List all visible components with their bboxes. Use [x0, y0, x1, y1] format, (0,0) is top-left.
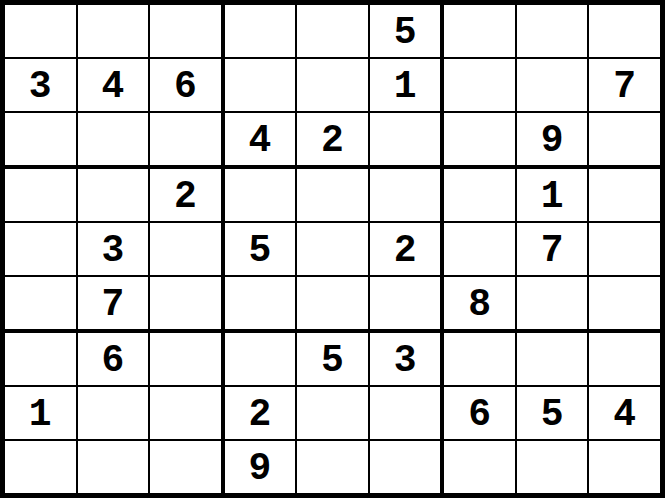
cell-r5c1[interactable]: [5, 223, 76, 275]
cell-r9c7[interactable]: [444, 441, 515, 493]
cell-r4c8[interactable]: 1: [517, 169, 588, 221]
cell-r9c2[interactable]: [78, 441, 149, 493]
cell-r8c4[interactable]: 2: [225, 387, 296, 439]
sudoku-box-3-3: 654: [444, 333, 660, 493]
cell-r9c6[interactable]: [370, 441, 441, 493]
cell-r2c1[interactable]: 3: [5, 59, 76, 111]
cell-r5c7[interactable]: [444, 223, 515, 275]
cell-r4c4[interactable]: [225, 169, 296, 221]
given-digit: 3: [101, 232, 124, 270]
cell-r3c5[interactable]: 2: [297, 113, 368, 165]
cell-r6c4[interactable]: [225, 277, 296, 329]
sudoku-board: 34651427923752178615329654: [0, 0, 665, 498]
cell-r6c5[interactable]: [297, 277, 368, 329]
cell-r1c6[interactable]: 5: [370, 5, 441, 57]
given-digit: 7: [541, 232, 564, 270]
cell-r9c1[interactable]: [5, 441, 76, 493]
cell-r3c8[interactable]: 9: [517, 113, 588, 165]
cell-r7c4[interactable]: [225, 333, 296, 385]
sudoku-box-2-2: 52: [225, 169, 441, 329]
cell-r7c8[interactable]: [517, 333, 588, 385]
cell-r1c5[interactable]: [297, 5, 368, 57]
cell-r3c3[interactable]: [150, 113, 221, 165]
cell-r8c9[interactable]: 4: [589, 387, 660, 439]
cell-r8c3[interactable]: [150, 387, 221, 439]
cell-r5c8[interactable]: 7: [517, 223, 588, 275]
cell-r7c2[interactable]: 6: [78, 333, 149, 385]
cell-r1c8[interactable]: [517, 5, 588, 57]
cell-r4c7[interactable]: [444, 169, 515, 221]
cell-r2c7[interactable]: [444, 59, 515, 111]
sudoku-box-3-1: 61: [5, 333, 221, 493]
cell-r8c1[interactable]: 1: [5, 387, 76, 439]
given-digit: 6: [468, 396, 491, 434]
given-digit: 5: [321, 342, 344, 380]
cell-r2c3[interactable]: 6: [150, 59, 221, 111]
cell-r6c3[interactable]: [150, 277, 221, 329]
cell-r3c1[interactable]: [5, 113, 76, 165]
cell-r5c9[interactable]: [589, 223, 660, 275]
sudoku-box-1-2: 5142: [225, 5, 441, 165]
cell-r3c4[interactable]: 4: [225, 113, 296, 165]
given-digit: 5: [249, 232, 272, 270]
cell-r2c4[interactable]: [225, 59, 296, 111]
cell-r1c1[interactable]: [5, 5, 76, 57]
cell-r1c3[interactable]: [150, 5, 221, 57]
cell-r8c6[interactable]: [370, 387, 441, 439]
given-digit: 4: [613, 396, 636, 434]
given-digit: 3: [394, 342, 417, 380]
given-digit: 5: [394, 14, 417, 52]
cell-r9c4[interactable]: 9: [225, 441, 296, 493]
sudoku-box-2-1: 237: [5, 169, 221, 329]
cell-r3c9[interactable]: [589, 113, 660, 165]
cell-r5c2[interactable]: 3: [78, 223, 149, 275]
given-digit: 9: [249, 450, 272, 488]
cell-r7c5[interactable]: 5: [297, 333, 368, 385]
given-digit: 5: [541, 396, 564, 434]
given-digit: 2: [249, 396, 272, 434]
sudoku-box-2-3: 178: [444, 169, 660, 329]
given-digit: 6: [174, 68, 197, 106]
given-digit: 1: [29, 396, 52, 434]
cell-r2c8[interactable]: [517, 59, 588, 111]
cell-r4c5[interactable]: [297, 169, 368, 221]
cell-r1c7[interactable]: [444, 5, 515, 57]
given-digit: 8: [468, 286, 491, 324]
given-digit: 2: [394, 232, 417, 270]
cell-r6c2[interactable]: 7: [78, 277, 149, 329]
sudoku-box-3-2: 5329: [225, 333, 441, 493]
given-digit: 6: [101, 342, 124, 380]
cell-r7c9[interactable]: [589, 333, 660, 385]
cell-r9c3[interactable]: [150, 441, 221, 493]
cell-r9c8[interactable]: [517, 441, 588, 493]
given-digit: 2: [174, 178, 197, 216]
cell-r2c9[interactable]: 7: [589, 59, 660, 111]
cell-r4c6[interactable]: [370, 169, 441, 221]
given-digit: 9: [541, 122, 564, 160]
cell-r9c5[interactable]: [297, 441, 368, 493]
cell-r7c7[interactable]: [444, 333, 515, 385]
sudoku-box-1-1: 346: [5, 5, 221, 165]
given-digit: 1: [394, 68, 417, 106]
cell-r6c9[interactable]: [589, 277, 660, 329]
given-digit: 3: [29, 68, 52, 106]
cell-r9c9[interactable]: [589, 441, 660, 493]
cell-r8c7[interactable]: 6: [444, 387, 515, 439]
cell-r6c8[interactable]: [517, 277, 588, 329]
cell-r8c5[interactable]: [297, 387, 368, 439]
cell-r5c4[interactable]: 5: [225, 223, 296, 275]
sudoku-box-1-3: 79: [444, 5, 660, 165]
cell-r5c3[interactable]: [150, 223, 221, 275]
cell-r2c5[interactable]: [297, 59, 368, 111]
cell-r5c5[interactable]: [297, 223, 368, 275]
given-digit: 1: [541, 178, 564, 216]
cell-r4c3[interactable]: 2: [150, 169, 221, 221]
given-digit: 7: [613, 68, 636, 106]
cell-r5c6[interactable]: 2: [370, 223, 441, 275]
cell-r8c2[interactable]: [78, 387, 149, 439]
cell-r1c4[interactable]: [225, 5, 296, 57]
cell-r4c2[interactable]: [78, 169, 149, 221]
cell-r3c6[interactable]: [370, 113, 441, 165]
cell-r2c6[interactable]: 1: [370, 59, 441, 111]
cell-r6c7[interactable]: 8: [444, 277, 515, 329]
cell-r8c8[interactable]: 5: [517, 387, 588, 439]
cell-r1c9[interactable]: [589, 5, 660, 57]
given-digit: 4: [101, 68, 124, 106]
given-digit: 2: [321, 122, 344, 160]
given-digit: 7: [101, 286, 124, 324]
cell-r6c6[interactable]: [370, 277, 441, 329]
cell-r6c1[interactable]: [5, 277, 76, 329]
cell-r4c1[interactable]: [5, 169, 76, 221]
cell-r3c2[interactable]: [78, 113, 149, 165]
cell-r4c9[interactable]: [589, 169, 660, 221]
cell-r7c3[interactable]: [150, 333, 221, 385]
cell-r1c2[interactable]: [78, 5, 149, 57]
cell-r7c1[interactable]: [5, 333, 76, 385]
given-digit: 4: [249, 122, 272, 160]
cell-r3c7[interactable]: [444, 113, 515, 165]
cell-r2c2[interactable]: 4: [78, 59, 149, 111]
cell-r7c6[interactable]: 3: [370, 333, 441, 385]
